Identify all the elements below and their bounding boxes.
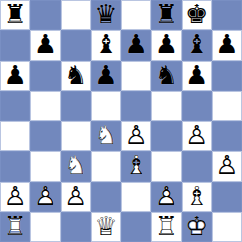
square-f8[interactable]: ♜ <box>151 0 181 30</box>
black-bishop[interactable]: ♝ <box>91 30 121 60</box>
square-e7[interactable]: ♟ <box>121 30 151 60</box>
white-bishop[interactable]: ♝♗ <box>182 182 212 212</box>
square-b5[interactable] <box>30 91 60 121</box>
piece-glyph-fill: ♝ <box>182 29 212 59</box>
piece-glyph-fill: ♟ <box>212 29 242 59</box>
piece-glyph-outline: ♖ <box>151 211 181 241</box>
piece-glyph-fill: ♝ <box>91 29 121 59</box>
square-h8[interactable] <box>212 0 242 30</box>
square-f6[interactable]: ♞ <box>151 61 181 91</box>
square-e3[interactable]: ♝♗ <box>121 151 151 181</box>
square-f2[interactable]: ♟♙ <box>151 182 181 212</box>
square-c1[interactable] <box>61 212 91 242</box>
white-queen[interactable]: ♛♕ <box>91 212 121 242</box>
square-d5[interactable] <box>91 91 121 121</box>
square-c6[interactable]: ♞ <box>61 61 91 91</box>
piece-glyph-outline: ♕ <box>91 211 121 241</box>
piece-glyph-fill: ♟ <box>151 29 181 59</box>
square-f1[interactable]: ♜♖ <box>151 212 181 242</box>
square-b3[interactable] <box>30 151 60 181</box>
square-a6[interactable]: ♟ <box>0 61 30 91</box>
chess-board: ♜♛♜♚♟♝♟♟♝♟♟♞♟♞♟♞♘♟♙♟♙♞♘♝♗♟♙♟♙♟♙♟♙♟♙♝♗♜♖♛… <box>0 0 242 242</box>
square-b1[interactable] <box>30 212 60 242</box>
square-b8[interactable] <box>30 0 60 30</box>
piece-glyph-fill: ♟ <box>0 60 30 90</box>
square-a3[interactable] <box>0 151 30 181</box>
square-h2[interactable] <box>212 182 242 212</box>
black-queen[interactable]: ♛ <box>91 0 121 30</box>
square-c5[interactable] <box>61 91 91 121</box>
white-pawn[interactable]: ♟♙ <box>121 121 151 151</box>
piece-glyph-outline: ♗ <box>121 150 151 180</box>
black-knight[interactable]: ♞ <box>61 61 91 91</box>
square-f5[interactable] <box>151 91 181 121</box>
piece-glyph-outline: ♗ <box>182 181 212 211</box>
piece-glyph-fill: ♟ <box>121 29 151 59</box>
square-g4[interactable]: ♟♙ <box>182 121 212 151</box>
white-pawn[interactable]: ♟♙ <box>212 151 242 181</box>
piece-glyph-outline: ♙ <box>61 181 91 211</box>
black-king[interactable]: ♚ <box>182 0 212 30</box>
black-rook[interactable]: ♜ <box>0 0 30 30</box>
square-d7[interactable]: ♝ <box>91 30 121 60</box>
square-a4[interactable] <box>0 121 30 151</box>
square-e1[interactable] <box>121 212 151 242</box>
piece-glyph-outline: ♘ <box>61 150 91 180</box>
white-bishop[interactable]: ♝♗ <box>121 151 151 181</box>
piece-glyph-outline: ♙ <box>212 150 242 180</box>
piece-glyph-outline: ♙ <box>30 181 60 211</box>
square-g3[interactable] <box>182 151 212 181</box>
piece-glyph-fill: ♟ <box>182 60 212 90</box>
white-rook[interactable]: ♜♖ <box>151 212 181 242</box>
piece-glyph-fill: ♚ <box>182 0 212 29</box>
piece-glyph-fill: ♞ <box>151 60 181 90</box>
square-c8[interactable] <box>61 0 91 30</box>
square-e8[interactable] <box>121 0 151 30</box>
square-d4[interactable]: ♞♘ <box>91 121 121 151</box>
piece-glyph-outline: ♘ <box>91 120 121 150</box>
square-a7[interactable] <box>0 30 30 60</box>
black-pawn[interactable]: ♟ <box>121 30 151 60</box>
square-a5[interactable] <box>0 91 30 121</box>
piece-glyph-outline: ♙ <box>121 120 151 150</box>
black-knight[interactable]: ♞ <box>151 61 181 91</box>
square-d3[interactable] <box>91 151 121 181</box>
piece-glyph-fill: ♜ <box>151 0 181 29</box>
square-g7[interactable]: ♝ <box>182 30 212 60</box>
square-f4[interactable] <box>151 121 181 151</box>
white-pawn[interactable]: ♟♙ <box>0 182 30 212</box>
piece-glyph-fill: ♞ <box>61 60 91 90</box>
square-e2[interactable] <box>121 182 151 212</box>
square-b4[interactable] <box>30 121 60 151</box>
square-c3[interactable]: ♞♘ <box>61 151 91 181</box>
piece-glyph-outline: ♙ <box>182 120 212 150</box>
piece-glyph-fill: ♛ <box>91 0 121 29</box>
square-h1[interactable] <box>212 212 242 242</box>
square-e6[interactable] <box>121 61 151 91</box>
square-b6[interactable] <box>30 61 60 91</box>
piece-glyph-outline: ♔ <box>182 211 212 241</box>
square-h6[interactable] <box>212 61 242 91</box>
piece-glyph-fill: ♜ <box>0 0 30 29</box>
black-pawn[interactable]: ♟ <box>0 61 30 91</box>
square-g6[interactable]: ♟ <box>182 61 212 91</box>
piece-glyph-outline: ♙ <box>151 181 181 211</box>
piece-glyph-outline: ♙ <box>0 181 30 211</box>
square-g8[interactable]: ♚ <box>182 0 212 30</box>
black-pawn[interactable]: ♟ <box>182 61 212 91</box>
square-e5[interactable] <box>121 91 151 121</box>
square-a1[interactable]: ♜♖ <box>0 212 30 242</box>
white-pawn[interactable]: ♟♙ <box>30 182 60 212</box>
piece-glyph-fill: ♟ <box>30 29 60 59</box>
square-f7[interactable]: ♟ <box>151 30 181 60</box>
square-g5[interactable] <box>182 91 212 121</box>
piece-glyph-outline: ♖ <box>0 211 30 241</box>
square-e4[interactable]: ♟♙ <box>121 121 151 151</box>
piece-glyph-fill: ♟ <box>91 60 121 90</box>
white-pawn[interactable]: ♟♙ <box>61 182 91 212</box>
square-h7[interactable]: ♟ <box>212 30 242 60</box>
square-c7[interactable] <box>61 30 91 60</box>
square-h5[interactable] <box>212 91 242 121</box>
square-b7[interactable]: ♟ <box>30 30 60 60</box>
white-rook[interactable]: ♜♖ <box>0 212 30 242</box>
square-h4[interactable] <box>212 121 242 151</box>
square-h3[interactable]: ♟♙ <box>212 151 242 181</box>
white-pawn[interactable]: ♟♙ <box>182 121 212 151</box>
square-g2[interactable]: ♝♗ <box>182 182 212 212</box>
square-a8[interactable]: ♜ <box>0 0 30 30</box>
white-king[interactable]: ♚♔ <box>182 212 212 242</box>
square-f3[interactable] <box>151 151 181 181</box>
square-d1[interactable]: ♛♕ <box>91 212 121 242</box>
square-d6[interactable]: ♟ <box>91 61 121 91</box>
square-a2[interactable]: ♟♙ <box>0 182 30 212</box>
white-knight[interactable]: ♞♘ <box>91 121 121 151</box>
black-pawn[interactable]: ♟ <box>151 30 181 60</box>
square-b2[interactable]: ♟♙ <box>30 182 60 212</box>
square-c2[interactable]: ♟♙ <box>61 182 91 212</box>
square-g1[interactable]: ♚♔ <box>182 212 212 242</box>
square-d2[interactable] <box>91 182 121 212</box>
white-knight[interactable]: ♞♘ <box>61 151 91 181</box>
square-c4[interactable] <box>61 121 91 151</box>
black-pawn[interactable]: ♟ <box>30 30 60 60</box>
white-pawn[interactable]: ♟♙ <box>151 182 181 212</box>
black-pawn[interactable]: ♟ <box>212 30 242 60</box>
black-rook[interactable]: ♜ <box>151 0 181 30</box>
square-d8[interactable]: ♛ <box>91 0 121 30</box>
black-bishop[interactable]: ♝ <box>182 30 212 60</box>
black-pawn[interactable]: ♟ <box>91 61 121 91</box>
